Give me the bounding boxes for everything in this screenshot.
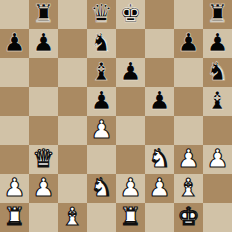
square-b1[interactable] [29, 203, 58, 232]
square-d3[interactable] [87, 145, 116, 174]
square-a2[interactable]: ♟ [0, 174, 29, 203]
square-c1[interactable]: ♝ [58, 203, 87, 232]
square-b4[interactable] [29, 116, 58, 145]
square-g8[interactable] [174, 0, 203, 29]
white-pawn-h3[interactable]: ♟ [206, 145, 228, 173]
black-bishop-d6[interactable]: ♝ [90, 58, 112, 86]
square-h5[interactable]: ♝ [203, 87, 232, 116]
square-f1[interactable] [145, 203, 174, 232]
square-f8[interactable] [145, 0, 174, 29]
white-pawn-g3[interactable]: ♟ [177, 145, 199, 173]
black-pawn-b7[interactable]: ♟ [32, 29, 54, 57]
chess-board: ♜♛♚♜♟♟♞♟♟♝♟♞♟♟♝♟♛♞♟♟♟♟♞♟♟♝♜♝♜♚ [0, 0, 232, 232]
square-d6[interactable]: ♝ [87, 58, 116, 87]
black-rook-h8[interactable]: ♜ [206, 0, 228, 28]
square-h1[interactable] [203, 203, 232, 232]
white-pawn-b2[interactable]: ♟ [32, 174, 54, 202]
white-king-g1[interactable]: ♚ [177, 203, 199, 231]
square-d8[interactable]: ♛ [87, 0, 116, 29]
white-knight-f3[interactable]: ♞ [148, 145, 170, 173]
square-h8[interactable]: ♜ [203, 0, 232, 29]
black-knight-h6[interactable]: ♞ [206, 58, 228, 86]
square-a5[interactable] [0, 87, 29, 116]
square-f4[interactable] [145, 116, 174, 145]
square-e1[interactable]: ♜ [116, 203, 145, 232]
square-d4[interactable]: ♟ [87, 116, 116, 145]
square-b2[interactable]: ♟ [29, 174, 58, 203]
black-rook-b8[interactable]: ♜ [32, 0, 54, 28]
square-f7[interactable] [145, 29, 174, 58]
black-pawn-h7[interactable]: ♟ [206, 29, 228, 57]
white-pawn-a2[interactable]: ♟ [3, 174, 25, 202]
white-pawn-f2[interactable]: ♟ [148, 174, 170, 202]
black-king-e8[interactable]: ♚ [119, 0, 141, 28]
square-b3[interactable]: ♛ [29, 145, 58, 174]
square-a7[interactable]: ♟ [0, 29, 29, 58]
black-bishop-h5[interactable]: ♝ [206, 87, 228, 115]
black-knight-d7[interactable]: ♞ [90, 29, 112, 57]
square-e7[interactable] [116, 29, 145, 58]
square-c3[interactable] [58, 145, 87, 174]
square-d1[interactable] [87, 203, 116, 232]
white-pawn-d4[interactable]: ♟ [90, 116, 112, 144]
square-d2[interactable]: ♞ [87, 174, 116, 203]
white-queen-b3[interactable]: ♛ [32, 145, 54, 173]
black-pawn-a7[interactable]: ♟ [3, 29, 25, 57]
square-h7[interactable]: ♟ [203, 29, 232, 58]
white-pawn-e2[interactable]: ♟ [119, 174, 141, 202]
square-e8[interactable]: ♚ [116, 0, 145, 29]
square-e6[interactable]: ♟ [116, 58, 145, 87]
square-b5[interactable] [29, 87, 58, 116]
white-rook-a1[interactable]: ♜ [3, 203, 25, 231]
black-pawn-g7[interactable]: ♟ [177, 29, 199, 57]
square-c5[interactable] [58, 87, 87, 116]
square-g2[interactable]: ♝ [174, 174, 203, 203]
square-g1[interactable]: ♚ [174, 203, 203, 232]
square-g7[interactable]: ♟ [174, 29, 203, 58]
square-b6[interactable] [29, 58, 58, 87]
square-f2[interactable]: ♟ [145, 174, 174, 203]
square-c7[interactable] [58, 29, 87, 58]
square-d5[interactable]: ♟ [87, 87, 116, 116]
square-h6[interactable]: ♞ [203, 58, 232, 87]
square-e5[interactable] [116, 87, 145, 116]
square-g4[interactable] [174, 116, 203, 145]
square-e3[interactable] [116, 145, 145, 174]
square-a3[interactable] [0, 145, 29, 174]
square-e4[interactable] [116, 116, 145, 145]
square-e2[interactable]: ♟ [116, 174, 145, 203]
square-c4[interactable] [58, 116, 87, 145]
square-g3[interactable]: ♟ [174, 145, 203, 174]
square-c2[interactable] [58, 174, 87, 203]
black-pawn-d5[interactable]: ♟ [90, 87, 112, 115]
square-b8[interactable]: ♜ [29, 0, 58, 29]
square-f5[interactable]: ♟ [145, 87, 174, 116]
square-c8[interactable] [58, 0, 87, 29]
black-pawn-f5[interactable]: ♟ [148, 87, 170, 115]
square-a1[interactable]: ♜ [0, 203, 29, 232]
square-h4[interactable] [203, 116, 232, 145]
square-b7[interactable]: ♟ [29, 29, 58, 58]
black-pawn-e6[interactable]: ♟ [119, 58, 141, 86]
square-h3[interactable]: ♟ [203, 145, 232, 174]
white-knight-d2[interactable]: ♞ [90, 174, 112, 202]
white-rook-e1[interactable]: ♜ [119, 203, 141, 231]
square-a4[interactable] [0, 116, 29, 145]
square-a8[interactable] [0, 0, 29, 29]
black-queen-d8[interactable]: ♛ [90, 0, 112, 28]
square-g5[interactable] [174, 87, 203, 116]
square-h2[interactable] [203, 174, 232, 203]
square-a6[interactable] [0, 58, 29, 87]
square-d7[interactable]: ♞ [87, 29, 116, 58]
square-c6[interactable] [58, 58, 87, 87]
square-g6[interactable] [174, 58, 203, 87]
square-f3[interactable]: ♞ [145, 145, 174, 174]
white-bishop-g2[interactable]: ♝ [177, 174, 199, 202]
white-bishop-c1[interactable]: ♝ [61, 203, 83, 231]
square-f6[interactable] [145, 58, 174, 87]
